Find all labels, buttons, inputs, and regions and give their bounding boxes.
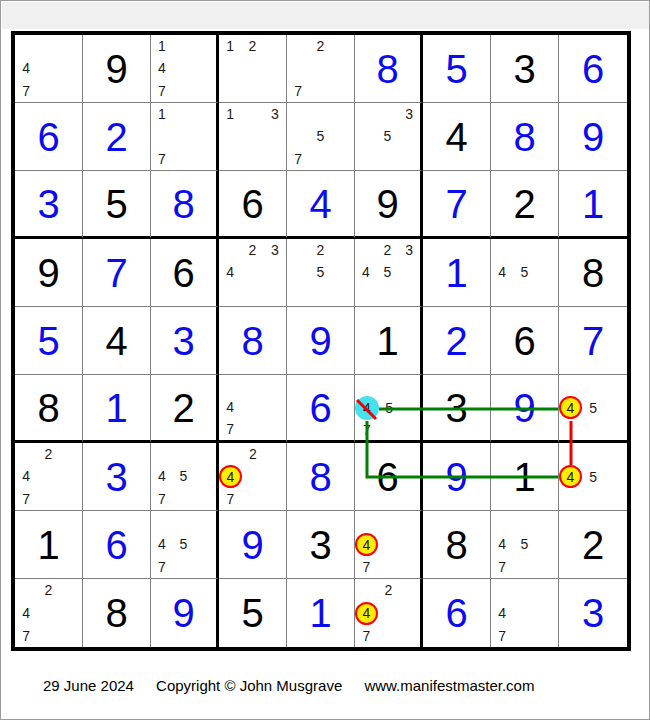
cell-r1c5[interactable]: 27	[287, 35, 355, 103]
pencil-mark: 5	[317, 265, 325, 279]
chain-node-circle: 4	[559, 465, 582, 488]
cell-r5c5[interactable]: 9	[287, 307, 355, 375]
solved-digit: 7	[582, 321, 604, 361]
solved-digit: 5	[37, 321, 59, 361]
given-digit: 9	[376, 184, 398, 224]
cell-r5c1[interactable]: 5	[15, 307, 83, 375]
cell-r8c1[interactable]: 1	[15, 511, 83, 579]
sudoku-board: 4791471227853662171357354893586497219762…	[11, 31, 631, 651]
cell-r2c2[interactable]: 2	[83, 103, 151, 171]
solved-digit: 8	[241, 321, 263, 361]
given-digit: 2	[172, 388, 194, 428]
pencil-mark: 2	[45, 447, 53, 461]
cell-r5c4[interactable]: 8	[219, 307, 287, 375]
pencil-mark: 5	[589, 470, 597, 484]
cell-r8c4[interactable]: 9	[219, 511, 287, 579]
solved-digit: 9	[241, 525, 263, 565]
pencil-mark: 7	[498, 629, 506, 643]
cell-r6c3[interactable]: 2	[151, 375, 219, 443]
given-digit: 1	[376, 321, 398, 361]
cell-r7c1[interactable]: 247	[15, 443, 83, 511]
cell-r1c8[interactable]: 3	[491, 35, 559, 103]
pencil-mark: 4	[22, 606, 30, 620]
pencil-mark: 1	[226, 107, 234, 121]
pencil-mark: 5	[521, 265, 529, 279]
solved-digit: 9	[445, 457, 467, 497]
cell-r9c5[interactable]: 1	[287, 579, 355, 647]
cell-r7c8[interactable]: 1	[491, 443, 559, 511]
cell-r1c2[interactable]: 9	[83, 35, 151, 103]
pencil-mark: 2	[317, 243, 325, 257]
pencil-mark: 3	[405, 107, 413, 121]
pencil-mark: 4	[498, 265, 506, 279]
pencil-mark: 7	[363, 423, 371, 437]
cell-r3c7[interactable]: 7	[423, 171, 491, 239]
solved-digit: 9	[582, 117, 604, 157]
cell-r2c7[interactable]: 4	[423, 103, 491, 171]
pencil-mark: 5	[521, 537, 529, 551]
pencil-mark: 7	[294, 84, 302, 98]
chain-node-circle: 4	[355, 533, 378, 556]
cell-r4c1[interactable]: 9	[15, 239, 83, 307]
cell-r6c4[interactable]: 47	[219, 375, 287, 443]
cell-r2c8[interactable]: 8	[491, 103, 559, 171]
footer: 29 June 2024 Copyright © John Musgrave w…	[43, 677, 552, 694]
given-digit: 6	[376, 457, 398, 497]
given-digit: 2	[582, 525, 604, 565]
pencil-mark: 5	[180, 469, 188, 483]
pencil-mark: 2	[45, 583, 53, 597]
cell-r7c4[interactable]: 247	[219, 443, 287, 511]
cell-r4c6[interactable]: 2345	[355, 239, 423, 307]
solved-digit: 6	[105, 525, 127, 565]
footer-date: 29 June 2024	[43, 677, 134, 694]
solved-digit: 6	[445, 593, 467, 633]
pencil-mark: 2	[249, 447, 257, 461]
titlebar	[2, 2, 649, 29]
solved-digit: 7	[445, 184, 467, 224]
pencil-mark: 2	[249, 39, 257, 53]
cell-r4c5[interactable]: 25	[287, 239, 355, 307]
pencil-mark: 7	[363, 629, 371, 643]
cell-r5c2[interactable]: 4	[83, 307, 151, 375]
cell-r7c7[interactable]: 9	[423, 443, 491, 511]
given-digit: 6	[172, 253, 194, 293]
pencil-mark: 5	[180, 537, 188, 551]
pencil-mark: 2	[317, 39, 325, 53]
cell-r2c4[interactable]: 13	[219, 103, 287, 171]
pencil-mark: 7	[158, 492, 166, 506]
cell-r3c2[interactable]: 5	[83, 171, 151, 239]
footer-copyright: Copyright © John Musgrave	[156, 677, 342, 694]
pencil-mark: 7	[498, 560, 506, 574]
cell-r1c7[interactable]: 5	[423, 35, 491, 103]
app-window: 4791471227853662171357354893586497219762…	[0, 0, 650, 720]
cell-r1c1[interactable]: 47	[15, 35, 83, 103]
pencil-mark: 5	[384, 129, 392, 143]
cell-r8c2[interactable]: 6	[83, 511, 151, 579]
solved-digit: 8	[172, 184, 194, 224]
given-digit: 9	[37, 253, 59, 293]
cell-r1c6[interactable]: 8	[355, 35, 423, 103]
cell-r4c7[interactable]: 1	[423, 239, 491, 307]
cell-r5c3[interactable]: 3	[151, 307, 219, 375]
solved-digit: 8	[513, 117, 535, 157]
solved-digit: 1	[582, 184, 604, 224]
pencil-mark: 1	[226, 39, 234, 53]
pencil-mark: 3	[405, 243, 413, 257]
pencil-mark: 5	[384, 265, 392, 279]
pencil-mark: 7	[227, 492, 235, 506]
solved-digit: 9	[172, 593, 194, 633]
cell-r7c2[interactable]: 3	[83, 443, 151, 511]
cell-r1c3[interactable]: 147	[151, 35, 219, 103]
cell-r2c6[interactable]: 35	[355, 103, 423, 171]
cell-r3c3[interactable]: 8	[151, 171, 219, 239]
cell-r6c8[interactable]: 9	[491, 375, 559, 443]
pencil-mark: 2	[249, 243, 257, 257]
cell-r9c3[interactable]: 9	[151, 579, 219, 647]
cell-r2c3[interactable]: 17	[151, 103, 219, 171]
cell-r5c9[interactable]: 7	[559, 307, 627, 375]
solved-digit: 1	[445, 253, 467, 293]
cell-r7c5[interactable]: 8	[287, 443, 355, 511]
cell-r5c6[interactable]: 1	[355, 307, 423, 375]
pencil-mark: 4	[158, 537, 166, 551]
solved-digit: 1	[309, 593, 331, 633]
pencil-mark: 7	[22, 492, 30, 506]
chain-node-circle: 4	[559, 396, 582, 419]
cell-r4c4[interactable]: 234	[219, 239, 287, 307]
chain-node-circle: 4	[355, 602, 378, 625]
solved-digit: 1	[105, 388, 127, 428]
cell-r7c9[interactable]: 45	[559, 443, 627, 511]
pencil-mark: 4	[158, 61, 166, 75]
pencil-mark: 7	[158, 560, 166, 574]
cell-r9c2[interactable]: 8	[83, 579, 151, 647]
chain-node-circle: 4	[219, 465, 242, 488]
pencil-mark: 5	[385, 401, 393, 415]
given-digit: 6	[241, 184, 263, 224]
cell-r5c8[interactable]: 6	[491, 307, 559, 375]
cell-r8c8[interactable]: 457	[491, 511, 559, 579]
eliminated-candidate-circle: 4	[355, 396, 379, 420]
cell-r3c6[interactable]: 9	[355, 171, 423, 239]
pencil-mark: 3	[271, 243, 279, 257]
cell-r1c4[interactable]: 12	[219, 35, 287, 103]
cell-r4c3[interactable]: 6	[151, 239, 219, 307]
cell-r9c4[interactable]: 5	[219, 579, 287, 647]
cell-r6c6[interactable]: 457	[355, 375, 423, 443]
given-digit: 8	[582, 253, 604, 293]
pencil-mark: 7	[158, 84, 166, 98]
given-digit: 9	[105, 49, 127, 89]
given-digit: 4	[445, 117, 467, 157]
pencil-mark: 4	[22, 469, 30, 483]
solved-digit: 3	[582, 593, 604, 633]
pencil-mark: 4	[362, 265, 370, 279]
cell-r5c7[interactable]: 2	[423, 307, 491, 375]
cell-r7c6[interactable]: 6	[355, 443, 423, 511]
cell-r3c5[interactable]: 4	[287, 171, 355, 239]
cell-r8c6[interactable]: 47	[355, 511, 423, 579]
given-digit: 1	[37, 525, 59, 565]
given-digit: 8	[445, 525, 467, 565]
cell-r3c8[interactable]: 2	[491, 171, 559, 239]
cell-r8c7[interactable]: 8	[423, 511, 491, 579]
cell-r6c7[interactable]: 3	[423, 375, 491, 443]
solved-digit: 8	[309, 457, 331, 497]
pencil-mark: 2	[384, 243, 392, 257]
cell-r8c3[interactable]: 457	[151, 511, 219, 579]
pencil-mark: 4	[498, 537, 506, 551]
given-digit: 8	[105, 593, 127, 633]
solved-digit: 6	[582, 49, 604, 89]
cell-r3c9[interactable]: 1	[559, 171, 627, 239]
cell-r3c1[interactable]: 3	[15, 171, 83, 239]
given-digit: 2	[513, 184, 535, 224]
cell-r4c2[interactable]: 7	[83, 239, 151, 307]
given-digit: 1	[513, 457, 535, 497]
solved-digit: 8	[376, 49, 398, 89]
pencil-mark: 7	[22, 84, 30, 98]
pencil-mark: 7	[294, 152, 302, 166]
given-digit: 6	[513, 321, 535, 361]
cell-r9c6[interactable]: 247	[355, 579, 423, 647]
solved-digit: 3	[37, 184, 59, 224]
cell-r2c1[interactable]: 6	[15, 103, 83, 171]
solved-digit: 3	[172, 321, 194, 361]
solved-digit: 7	[105, 253, 127, 293]
solved-digit: 6	[309, 388, 331, 428]
given-digit: 3	[513, 49, 535, 89]
pencil-mark: 7	[158, 152, 166, 166]
given-digit: 5	[105, 184, 127, 224]
cell-r9c1[interactable]: 247	[15, 579, 83, 647]
cell-r9c8[interactable]: 47	[491, 579, 559, 647]
cell-r8c5[interactable]: 3	[287, 511, 355, 579]
cell-r7c3[interactable]: 457	[151, 443, 219, 511]
solved-digit: 6	[37, 117, 59, 157]
pencil-mark: 7	[226, 422, 234, 436]
cell-r6c2[interactable]: 1	[83, 375, 151, 443]
pencil-mark: 7	[363, 560, 371, 574]
cell-r9c7[interactable]: 6	[423, 579, 491, 647]
pencil-mark: 3	[271, 107, 279, 121]
pencil-mark: 5	[589, 401, 597, 415]
pencil-mark: 7	[22, 629, 30, 643]
pencil-mark: 1	[158, 39, 166, 53]
given-digit: 3	[445, 388, 467, 428]
solved-digit: 2	[445, 321, 467, 361]
pencil-mark: 2	[385, 583, 393, 597]
given-digit: 5	[241, 593, 263, 633]
solved-digit: 9	[309, 321, 331, 361]
cell-r2c5[interactable]: 57	[287, 103, 355, 171]
cell-r4c9[interactable]: 8	[559, 239, 627, 307]
given-digit: 3	[309, 525, 331, 565]
solved-digit: 9	[513, 388, 535, 428]
pencil-mark: 5	[317, 129, 325, 143]
pencil-mark: 4	[22, 61, 30, 75]
cell-r9c9[interactable]: 3	[559, 579, 627, 647]
solved-digit: 3	[105, 457, 127, 497]
pencil-mark: 4	[226, 265, 234, 279]
solved-digit: 4	[309, 184, 331, 224]
solved-digit: 5	[445, 49, 467, 89]
given-digit: 4	[105, 321, 127, 361]
pencil-mark: 4	[226, 400, 234, 414]
pencil-mark: 1	[158, 107, 166, 121]
cell-r3c4[interactable]: 6	[219, 171, 287, 239]
footer-url: www.manifestmaster.com	[364, 677, 534, 694]
pencil-mark: 4	[498, 606, 506, 620]
cell-r6c1[interactable]: 8	[15, 375, 83, 443]
cell-r6c5[interactable]: 6	[287, 375, 355, 443]
cell-r2c9[interactable]: 9	[559, 103, 627, 171]
cell-r1c9[interactable]: 6	[559, 35, 627, 103]
given-digit: 8	[37, 388, 59, 428]
pencil-mark: 4	[158, 469, 166, 483]
solved-digit: 2	[105, 117, 127, 157]
cell-r6c9[interactable]: 45	[559, 375, 627, 443]
cell-r8c9[interactable]: 2	[559, 511, 627, 579]
cell-r4c8[interactable]: 45	[491, 239, 559, 307]
